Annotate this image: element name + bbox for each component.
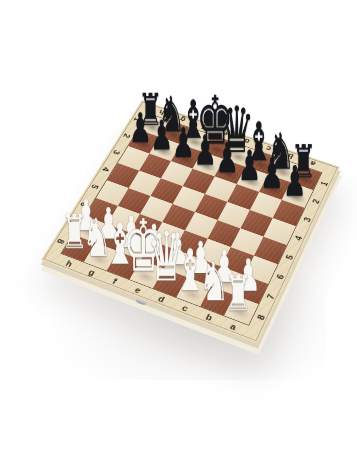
coordinate-label: 7: [58, 213, 87, 232]
square-d4: [195, 194, 227, 220]
piece-shadow: [195, 158, 219, 174]
piece-shadow: [205, 142, 228, 157]
chess-board: hgfedcba1♜♞♝♚♛♝♞♜12♟♟♟♟♟♟♟♟2334455667♟♟♟…: [41, 100, 340, 343]
coordinate-label: 6: [265, 266, 295, 287]
clasp: [135, 298, 147, 306]
piece-shadow: [144, 248, 169, 266]
piece-shadow: [87, 250, 112, 268]
rank-label-right-4: 4: [287, 226, 310, 250]
coordinate-label: h: [54, 253, 84, 273]
piece-shadow: [217, 166, 241, 182]
file-label-near-h: h: [54, 253, 84, 273]
photo-scene: hgfedcba1♜♞♝♚♛♝♞♜12♟♟♟♟♟♟♟♟2334455667♟♟♟…: [57, 74, 333, 350]
piece-shadow: [131, 136, 154, 151]
rank-label-right-5: 5: [278, 245, 301, 269]
piece-shadow: [214, 274, 239, 292]
piece-shadow: [179, 285, 205, 304]
square-e4: [173, 186, 205, 212]
piece-shadow: [237, 283, 263, 302]
coordinate-label: 5: [81, 178, 109, 196]
piece-shadow: [262, 181, 286, 197]
